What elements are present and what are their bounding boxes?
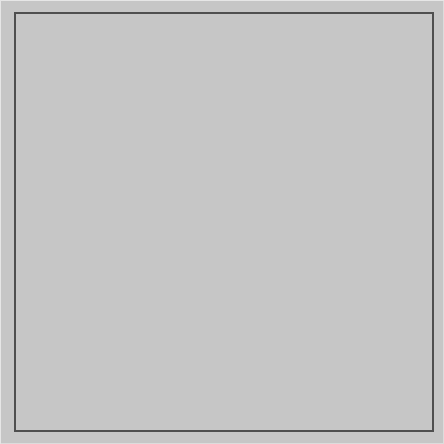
chess-board bbox=[14, 12, 434, 432]
chess-app bbox=[0, 0, 444, 444]
rank-labels bbox=[0, 14, 14, 430]
board-grid bbox=[16, 14, 432, 430]
file-labels bbox=[16, 431, 432, 444]
